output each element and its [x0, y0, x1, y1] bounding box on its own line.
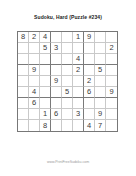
sudoku-cell-r4c9: [106, 65, 117, 76]
sudoku-cell-r4c2: 9: [29, 65, 40, 76]
sudoku-cell-r1c2: 2: [29, 32, 40, 43]
sudoku-cell-r9c1: [18, 120, 29, 131]
sudoku-cell-r8c6: 3: [73, 109, 84, 120]
sudoku-cell-r1c8: [95, 32, 106, 43]
sudoku-cell-r5c6: [73, 76, 84, 87]
sudoku-cell-r7c9: [106, 98, 117, 109]
sudoku-cell-r5c1: [18, 76, 29, 87]
sudoku-cell-r3c1: [18, 54, 29, 65]
sudoku-cell-r3c7: [84, 54, 95, 65]
sudoku-cell-r8c2: [29, 109, 40, 120]
sudoku-cell-r8c3: 1: [40, 109, 51, 120]
sudoku-cell-r3c8: [95, 54, 106, 65]
sudoku-cell-r3c2: [29, 54, 40, 65]
sudoku-cell-r8c8: 9: [95, 109, 106, 120]
sudoku-cell-r1c9: [106, 32, 117, 43]
sudoku-cell-r1c7: 9: [84, 32, 95, 43]
sudoku-cell-r7c4: [51, 98, 62, 109]
sudoku-cell-r2c6: [73, 43, 84, 54]
sudoku-cell-r7c7: [84, 98, 95, 109]
sudoku-cell-r9c2: [29, 120, 40, 131]
sudoku-cell-r1c6: 1: [73, 32, 84, 43]
sudoku-cell-r6c3: [40, 87, 51, 98]
sudoku-cell-r6c9: 9: [106, 87, 117, 98]
sudoku-cell-r2c5: [62, 43, 73, 54]
sudoku-cell-r9c5: [62, 120, 73, 131]
sudoku-cell-r6c6: [73, 87, 84, 98]
sudoku-cell-r6c2: 4: [29, 87, 40, 98]
sudoku-cell-r1c3: 4: [40, 32, 51, 43]
sudoku-board: 82419532492592456961639847: [17, 31, 118, 132]
sudoku-cell-r9c6: [73, 120, 84, 131]
sudoku-cell-r5c2: [29, 76, 40, 87]
sudoku-cell-r7c1: [18, 98, 29, 109]
sudoku-cell-r1c1: 8: [18, 32, 29, 43]
sudoku-cell-r6c5: 5: [62, 87, 73, 98]
sudoku-cell-r8c7: [84, 109, 95, 120]
sudoku-cell-r3c5: [62, 54, 73, 65]
sudoku-cell-r2c8: [95, 43, 106, 54]
sudoku-cell-r4c8: 5: [95, 65, 106, 76]
sudoku-cell-r1c4: [51, 32, 62, 43]
sudoku-cell-r2c3: 5: [40, 43, 51, 54]
sudoku-cell-r9c7: 4: [84, 120, 95, 131]
sudoku-cell-r4c6: 2: [73, 65, 84, 76]
sudoku-cell-r9c4: [51, 120, 62, 131]
sudoku-cell-r4c1: [18, 65, 29, 76]
sudoku-cell-r6c8: [95, 87, 106, 98]
sudoku-cell-r3c3: [40, 54, 51, 65]
sudoku-cell-r6c7: 6: [84, 87, 95, 98]
sudoku-cell-r9c8: 7: [95, 120, 106, 131]
sudoku-cell-r4c4: [51, 65, 62, 76]
sudoku-cell-r7c2: 6: [29, 98, 40, 109]
footer-url: www.PrintFreeSudoku.com: [0, 160, 136, 164]
sudoku-cell-r5c7: 2: [84, 76, 95, 87]
sudoku-cell-r7c8: [95, 98, 106, 109]
sudoku-cell-r8c4: 6: [51, 109, 62, 120]
sudoku-cell-r3c9: [106, 54, 117, 65]
sudoku-cell-r4c3: [40, 65, 51, 76]
sudoku-cell-r8c9: [106, 109, 117, 120]
sudoku-cell-r9c3: 8: [40, 120, 51, 131]
sudoku-cell-r7c6: [73, 98, 84, 109]
sudoku-cell-r5c9: [106, 76, 117, 87]
sudoku-cell-r6c4: [51, 87, 62, 98]
sudoku-cell-r4c5: [62, 65, 73, 76]
sudoku-cell-r2c7: [84, 43, 95, 54]
sudoku-cell-r5c4: 9: [51, 76, 62, 87]
sudoku-cell-r2c2: [29, 43, 40, 54]
sudoku-cell-r8c5: [62, 109, 73, 120]
sudoku-cell-r5c3: [40, 76, 51, 87]
sudoku-cell-r2c9: 2: [106, 43, 117, 54]
sudoku-cell-r4c7: [84, 65, 95, 76]
sudoku-cell-r8c1: [18, 109, 29, 120]
sudoku-cell-r6c1: [18, 87, 29, 98]
puzzle-page: Sudoku, Hard (Puzzle #234) 8241953249259…: [0, 0, 136, 176]
sudoku-cell-r3c4: [51, 54, 62, 65]
sudoku-cell-r9c9: [106, 120, 117, 131]
sudoku-cell-r2c4: 3: [51, 43, 62, 54]
puzzle-title: Sudoku, Hard (Puzzle #234): [0, 14, 136, 20]
sudoku-cell-r2c1: [18, 43, 29, 54]
sudoku-cell-r7c5: [62, 98, 73, 109]
sudoku-cell-r5c5: [62, 76, 73, 87]
sudoku-cell-r7c3: [40, 98, 51, 109]
sudoku-cell-r3c6: 4: [73, 54, 84, 65]
sudoku-cell-r1c5: [62, 32, 73, 43]
sudoku-cell-r5c8: [95, 76, 106, 87]
